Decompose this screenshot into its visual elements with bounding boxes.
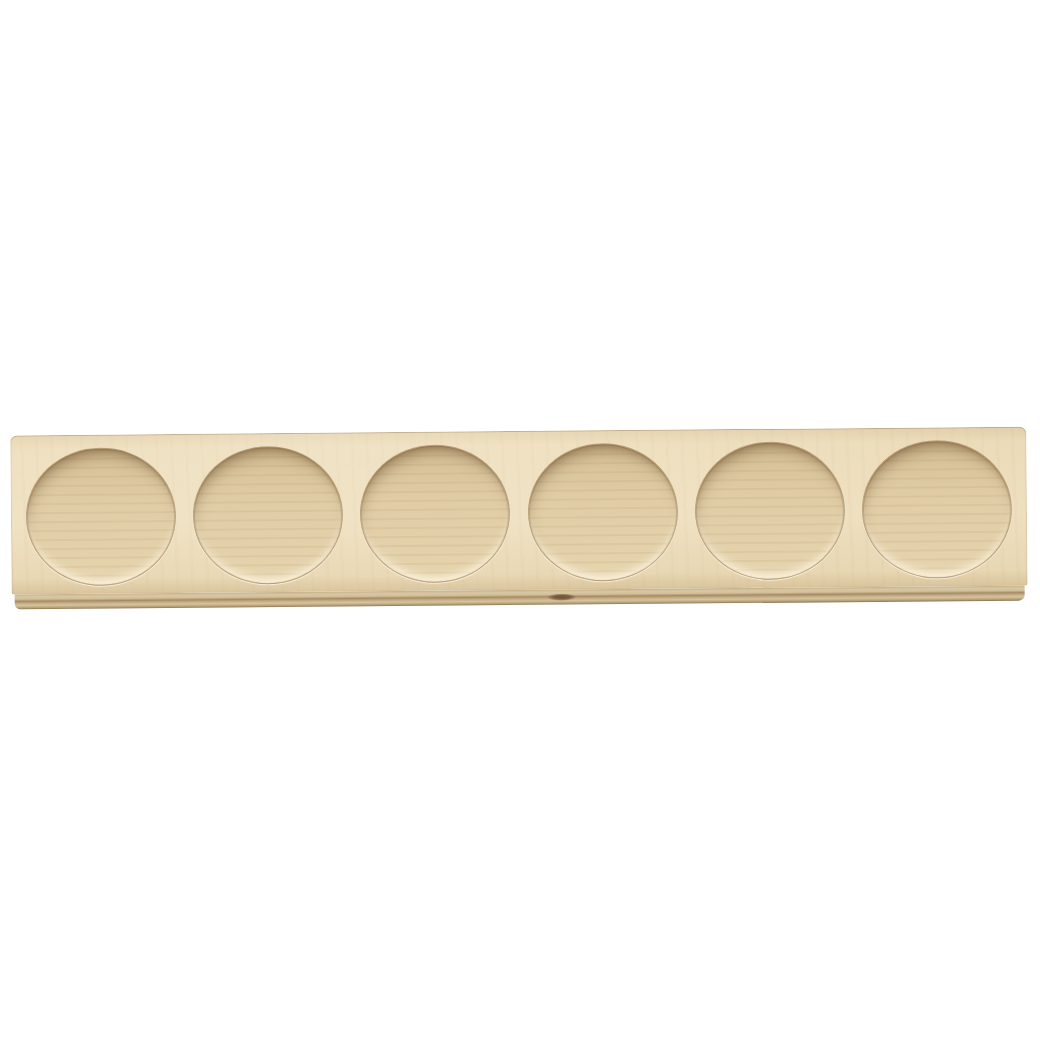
pit-2 [192, 446, 343, 585]
board-face [10, 427, 1027, 595]
pit-5 [694, 441, 845, 580]
pit-1 [25, 447, 176, 586]
pit-4 [527, 443, 678, 582]
mancala-tray-board [10, 427, 1027, 610]
pit-6 [862, 440, 1013, 579]
pit-row [10, 427, 1027, 595]
product-photo [0, 0, 1040, 1040]
pit-3 [360, 444, 511, 583]
wood-knot [548, 594, 576, 601]
